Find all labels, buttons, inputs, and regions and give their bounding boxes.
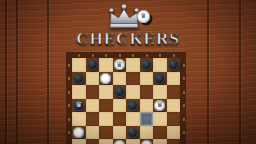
square-r0c0	[72, 58, 86, 72]
square-r4c6	[153, 112, 167, 126]
board-grid: ♛♛♛	[72, 58, 180, 144]
white-king[interactable]: ♛	[114, 59, 125, 70]
square-r1c4[interactable]	[126, 72, 140, 86]
board-area: ♛♛♛	[66, 52, 186, 144]
tick-right	[183, 77, 185, 80]
black-man[interactable]	[87, 59, 98, 70]
square-r2c3[interactable]	[113, 85, 127, 99]
square-r6c0	[72, 139, 86, 144]
tick-top	[173, 54, 175, 57]
square-r1c2[interactable]	[99, 72, 113, 86]
square-r0c3[interactable]: ♛	[113, 58, 127, 72]
square-r3c3	[113, 99, 127, 113]
game-title: CHECKERS	[0, 29, 256, 49]
square-r0c7[interactable]	[167, 58, 181, 72]
king-crown-glyph: ♛	[156, 101, 163, 109]
white-king[interactable]: ♛	[154, 100, 165, 111]
tick-left	[68, 104, 70, 107]
square-r6c6	[153, 139, 167, 144]
square-r4c5[interactable]	[140, 112, 154, 126]
square-r0c1[interactable]	[86, 58, 100, 72]
square-r3c6[interactable]: ♛	[153, 99, 167, 113]
square-r5c1	[86, 126, 100, 140]
white-man[interactable]	[73, 127, 84, 138]
tick-right	[183, 104, 185, 107]
board-frame: ♛♛♛	[66, 52, 186, 144]
square-r5c2[interactable]	[99, 126, 113, 140]
square-r6c3[interactable]	[113, 139, 127, 144]
square-r1c5	[140, 72, 154, 86]
square-r0c4	[126, 58, 140, 72]
black-man[interactable]	[73, 73, 84, 84]
square-r4c2	[99, 112, 113, 126]
square-r5c3	[113, 126, 127, 140]
tick-right	[183, 91, 185, 94]
tick-top	[78, 54, 80, 57]
square-r6c4	[126, 139, 140, 144]
tick-left	[68, 131, 70, 134]
square-r1c3	[113, 72, 127, 86]
tick-right	[183, 131, 185, 134]
white-man[interactable]	[114, 140, 125, 144]
square-r4c0	[72, 112, 86, 126]
tick-left	[68, 118, 70, 121]
wood-plank-seam	[5, 0, 7, 144]
square-r4c7[interactable]	[167, 112, 181, 126]
tick-left	[68, 91, 70, 94]
square-r5c6[interactable]	[153, 126, 167, 140]
square-r3c5	[140, 99, 154, 113]
game-screen: ♛ CHECKERS ♛♛♛	[0, 0, 256, 144]
white-man[interactable]	[141, 140, 152, 144]
square-r2c1[interactable]	[86, 85, 100, 99]
square-r3c4[interactable]	[126, 99, 140, 113]
tick-left	[68, 77, 70, 80]
square-r3c2[interactable]	[99, 99, 113, 113]
black-man[interactable]	[168, 59, 179, 70]
black-man[interactable]	[114, 86, 125, 97]
square-r6c1[interactable]	[86, 139, 100, 144]
square-r2c0	[72, 85, 86, 99]
square-r1c6[interactable]	[153, 72, 167, 86]
tick-right	[183, 118, 185, 121]
square-r5c7	[167, 126, 181, 140]
square-r3c1	[86, 99, 100, 113]
wood-plank-seam	[207, 0, 209, 144]
square-r2c7[interactable]	[167, 85, 181, 99]
black-king[interactable]: ♛	[73, 100, 84, 111]
badge-crown-glyph: ♛	[140, 13, 146, 20]
black-man[interactable]	[127, 127, 138, 138]
square-r1c1	[86, 72, 100, 86]
square-r2c2	[99, 85, 113, 99]
square-r1c0[interactable]	[72, 72, 86, 86]
square-r4c4	[126, 112, 140, 126]
wood-plank-seam	[16, 0, 18, 144]
king-crown-glyph: ♛	[116, 61, 123, 69]
tick-top	[146, 54, 148, 57]
square-r5c5	[140, 126, 154, 140]
white-king-badge-icon: ♛	[137, 10, 150, 23]
square-r4c1[interactable]	[86, 112, 100, 126]
square-r2c5[interactable]	[140, 85, 154, 99]
square-r2c6	[153, 85, 167, 99]
tick-top	[92, 54, 94, 57]
square-r0c6	[153, 58, 167, 72]
square-r6c7[interactable]	[167, 139, 181, 144]
square-r0c5[interactable]	[140, 58, 154, 72]
square-r5c4[interactable]	[126, 126, 140, 140]
tick-top	[159, 54, 161, 57]
square-r6c5[interactable]	[140, 139, 154, 144]
square-r1c7	[167, 72, 181, 86]
square-r2c4	[126, 85, 140, 99]
tick-top	[105, 54, 107, 57]
tick-right	[183, 64, 185, 67]
black-man[interactable]	[154, 73, 165, 84]
black-man[interactable]	[141, 59, 152, 70]
square-r0c2	[99, 58, 113, 72]
square-r4c3[interactable]	[113, 112, 127, 126]
tick-top	[119, 54, 121, 57]
square-r6c2	[99, 139, 113, 144]
black-man[interactable]	[127, 100, 138, 111]
square-r5c0[interactable]	[72, 126, 86, 140]
wood-plank-seam	[47, 0, 49, 144]
tick-top	[132, 54, 134, 57]
square-r3c7	[167, 99, 181, 113]
square-r3c0[interactable]: ♛	[72, 99, 86, 113]
white-man[interactable]	[100, 73, 111, 84]
king-crown-glyph: ♛	[75, 101, 82, 109]
wood-plank-seam	[239, 0, 241, 144]
tick-left	[68, 64, 70, 67]
